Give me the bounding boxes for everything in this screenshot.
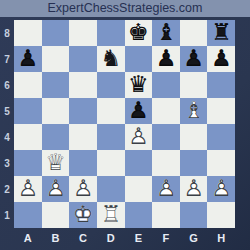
piece-black-pawn: ♟♙ xyxy=(207,46,235,72)
square-b3: ♛♕ xyxy=(42,150,70,176)
file-label-c: C xyxy=(69,228,97,248)
file-label-f: F xyxy=(152,228,180,248)
file-label-d: D xyxy=(97,228,125,248)
piece-black-pawn: ♟♙ xyxy=(180,46,208,72)
chess-diagram: ExpertChessStrategies.com 87654321 ♚♔♝♗♜… xyxy=(0,0,250,250)
square-g8 xyxy=(180,20,208,46)
square-d3 xyxy=(97,150,125,176)
square-h2: ♟♙ xyxy=(207,176,235,202)
square-h1 xyxy=(207,202,235,228)
square-a2: ♟♙ xyxy=(14,176,42,202)
square-e8: ♚♔ xyxy=(125,20,153,46)
square-g6 xyxy=(180,72,208,98)
square-g4 xyxy=(180,124,208,150)
square-e6: ♛♕ xyxy=(125,72,153,98)
piece-black-king: ♚♔ xyxy=(125,20,153,46)
rank-label-7: 7 xyxy=(0,46,14,72)
square-f7: ♟♙ xyxy=(152,46,180,72)
square-g2: ♟♙ xyxy=(180,176,208,202)
rank-label-6: 6 xyxy=(0,72,14,98)
square-c5 xyxy=(69,98,97,124)
square-h8: ♜♖ xyxy=(207,20,235,46)
square-g7: ♟♙ xyxy=(180,46,208,72)
square-a5 xyxy=(14,98,42,124)
site-title-bar: ExpertChessStrategies.com xyxy=(0,0,250,17)
square-e4: ♟♙ xyxy=(125,124,153,150)
square-f8: ♝♗ xyxy=(152,20,180,46)
square-e3 xyxy=(125,150,153,176)
square-a6 xyxy=(14,72,42,98)
rank-label-1: 1 xyxy=(0,202,14,228)
square-c2: ♟♙ xyxy=(69,176,97,202)
square-e2 xyxy=(125,176,153,202)
square-d8 xyxy=(97,20,125,46)
square-c6 xyxy=(69,72,97,98)
square-a3 xyxy=(14,150,42,176)
rank-label-8: 8 xyxy=(0,20,14,46)
rank-label-5: 5 xyxy=(0,98,14,124)
piece-black-queen: ♛♕ xyxy=(125,72,153,98)
square-a4 xyxy=(14,124,42,150)
file-label-g: G xyxy=(180,228,208,248)
piece-white-pawn: ♟♙ xyxy=(42,176,70,202)
file-labels: ABCDEFGH xyxy=(14,228,235,248)
square-e7 xyxy=(125,46,153,72)
piece-white-pawn: ♟♙ xyxy=(207,176,235,202)
square-h4 xyxy=(207,124,235,150)
square-h6 xyxy=(207,72,235,98)
square-e5: ♟♙ xyxy=(125,98,153,124)
square-g3 xyxy=(180,150,208,176)
square-g5: ♝♗ xyxy=(180,98,208,124)
chess-board: ♚♔♝♗♜♖♟♙♞♘♟♙♟♙♟♙♛♕♟♙♝♗♟♙♛♕♟♙♟♙♟♙♟♙♟♙♟♙♚♔… xyxy=(14,20,235,228)
square-a1 xyxy=(14,202,42,228)
square-a8 xyxy=(14,20,42,46)
piece-black-rook: ♜♖ xyxy=(207,20,235,46)
square-e1 xyxy=(125,202,153,228)
square-b4 xyxy=(42,124,70,150)
file-label-b: B xyxy=(42,228,70,248)
square-b7 xyxy=(42,46,70,72)
square-h7: ♟♙ xyxy=(207,46,235,72)
square-b8 xyxy=(42,20,70,46)
piece-white-pawn: ♟♙ xyxy=(14,176,42,202)
piece-white-pawn: ♟♙ xyxy=(152,176,180,202)
square-d5 xyxy=(97,98,125,124)
rank-labels: 87654321 xyxy=(0,20,14,228)
square-b6 xyxy=(42,72,70,98)
square-f1 xyxy=(152,202,180,228)
square-d4 xyxy=(97,124,125,150)
rank-label-2: 2 xyxy=(0,176,14,202)
square-c1: ♚♔ xyxy=(69,202,97,228)
square-h3 xyxy=(207,150,235,176)
square-f4 xyxy=(152,124,180,150)
piece-white-king: ♚♔ xyxy=(69,202,97,228)
square-b2: ♟♙ xyxy=(42,176,70,202)
square-h5 xyxy=(207,98,235,124)
piece-white-pawn: ♟♙ xyxy=(69,176,97,202)
rank-label-3: 3 xyxy=(0,150,14,176)
piece-black-pawn: ♟♙ xyxy=(125,98,153,124)
piece-black-pawn: ♟♙ xyxy=(152,46,180,72)
piece-white-bishop: ♝♗ xyxy=(180,98,208,124)
square-d7: ♞♘ xyxy=(97,46,125,72)
square-c8 xyxy=(69,20,97,46)
square-b5 xyxy=(42,98,70,124)
square-g1 xyxy=(180,202,208,228)
piece-white-pawn: ♟♙ xyxy=(125,124,153,150)
piece-black-pawn: ♟♙ xyxy=(14,46,42,72)
piece-black-bishop: ♝♗ xyxy=(152,20,180,46)
square-f2: ♟♙ xyxy=(152,176,180,202)
square-f3 xyxy=(152,150,180,176)
file-label-h: H xyxy=(207,228,235,248)
piece-white-pawn: ♟♙ xyxy=(180,176,208,202)
file-label-a: A xyxy=(14,228,42,248)
piece-black-knight: ♞♘ xyxy=(97,46,125,72)
square-b1 xyxy=(42,202,70,228)
site-title: ExpertChessStrategies.com xyxy=(48,0,203,17)
square-d2 xyxy=(97,176,125,202)
file-label-e: E xyxy=(125,228,153,248)
piece-white-rook: ♜♖ xyxy=(97,202,125,228)
square-c3 xyxy=(69,150,97,176)
square-f6 xyxy=(152,72,180,98)
square-d6 xyxy=(97,72,125,98)
square-c7 xyxy=(69,46,97,72)
piece-white-queen: ♛♕ xyxy=(42,150,70,176)
square-c4 xyxy=(69,124,97,150)
square-a7: ♟♙ xyxy=(14,46,42,72)
square-d1: ♜♖ xyxy=(97,202,125,228)
rank-label-4: 4 xyxy=(0,124,14,150)
square-f5 xyxy=(152,98,180,124)
